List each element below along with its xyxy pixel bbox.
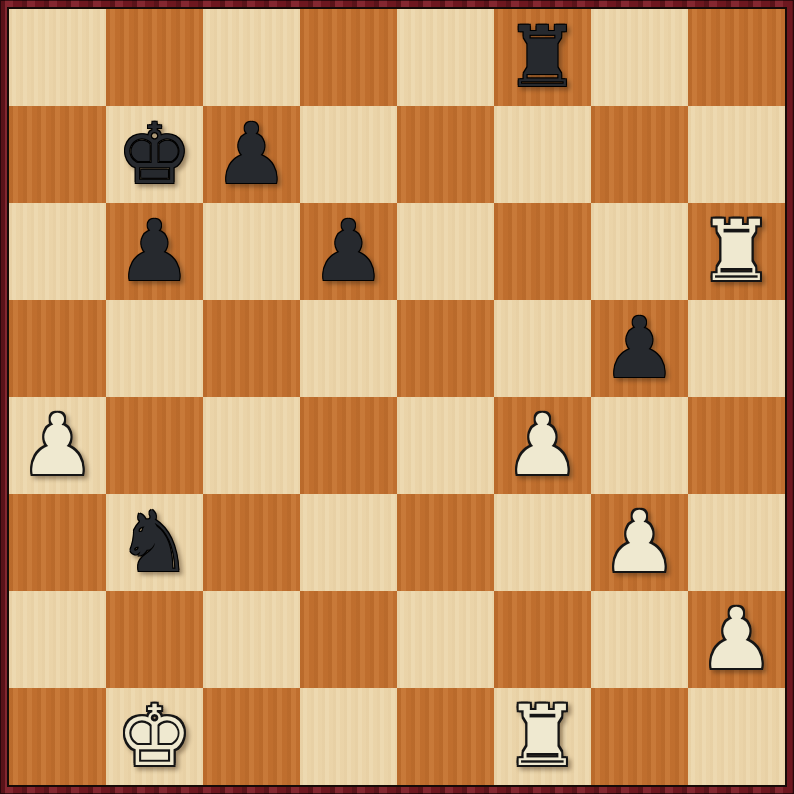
square-d3[interactable] — [300, 494, 397, 591]
square-h7[interactable] — [688, 106, 785, 203]
square-e7[interactable] — [397, 106, 494, 203]
square-c5[interactable] — [203, 300, 300, 397]
black-pawn[interactable]: ♟ — [602, 300, 677, 397]
square-e1[interactable] — [397, 688, 494, 785]
white-rook[interactable]: ♜ — [699, 203, 774, 300]
square-h4[interactable] — [688, 397, 785, 494]
square-f7[interactable] — [494, 106, 591, 203]
square-h3[interactable] — [688, 494, 785, 591]
square-c3[interactable] — [203, 494, 300, 591]
black-rook[interactable]: ♜ — [505, 9, 580, 106]
square-c7[interactable]: ♟ — [203, 106, 300, 203]
square-e8[interactable] — [397, 9, 494, 106]
square-b5[interactable] — [106, 300, 203, 397]
square-d6[interactable]: ♟ — [300, 203, 397, 300]
square-g4[interactable] — [591, 397, 688, 494]
square-b2[interactable] — [106, 591, 203, 688]
square-d2[interactable] — [300, 591, 397, 688]
white-rook[interactable]: ♜ — [505, 688, 580, 785]
square-c8[interactable] — [203, 9, 300, 106]
black-pawn[interactable]: ♟ — [311, 203, 386, 300]
black-knight[interactable]: ♞ — [117, 494, 192, 591]
square-g2[interactable] — [591, 591, 688, 688]
square-a1[interactable] — [9, 688, 106, 785]
square-e2[interactable] — [397, 591, 494, 688]
square-e3[interactable] — [397, 494, 494, 591]
square-b1[interactable]: ♚ — [106, 688, 203, 785]
square-g1[interactable] — [591, 688, 688, 785]
square-e6[interactable] — [397, 203, 494, 300]
square-a6[interactable] — [9, 203, 106, 300]
square-d5[interactable] — [300, 300, 397, 397]
black-king[interactable]: ♚ — [117, 106, 192, 203]
square-f4[interactable]: ♟ — [494, 397, 591, 494]
square-g7[interactable] — [591, 106, 688, 203]
square-c6[interactable] — [203, 203, 300, 300]
square-b3[interactable]: ♞ — [106, 494, 203, 591]
square-a2[interactable] — [9, 591, 106, 688]
square-g6[interactable] — [591, 203, 688, 300]
black-pawn[interactable]: ♟ — [117, 203, 192, 300]
square-a7[interactable] — [9, 106, 106, 203]
black-pawn[interactable]: ♟ — [214, 106, 289, 203]
white-king[interactable]: ♚ — [117, 688, 192, 785]
square-h8[interactable] — [688, 9, 785, 106]
square-c4[interactable] — [203, 397, 300, 494]
chess-board-frame: ♜♚♟♟♟♜♟♟♟♞♟♟♚♜ — [0, 0, 794, 794]
square-g3[interactable]: ♟ — [591, 494, 688, 591]
square-h5[interactable] — [688, 300, 785, 397]
square-f3[interactable] — [494, 494, 591, 591]
square-b4[interactable] — [106, 397, 203, 494]
square-f2[interactable] — [494, 591, 591, 688]
square-e5[interactable] — [397, 300, 494, 397]
square-d7[interactable] — [300, 106, 397, 203]
square-e4[interactable] — [397, 397, 494, 494]
square-f6[interactable] — [494, 203, 591, 300]
square-d8[interactable] — [300, 9, 397, 106]
square-b7[interactable]: ♚ — [106, 106, 203, 203]
square-f5[interactable] — [494, 300, 591, 397]
square-d1[interactable] — [300, 688, 397, 785]
square-b8[interactable] — [106, 9, 203, 106]
square-c2[interactable] — [203, 591, 300, 688]
white-pawn[interactable]: ♟ — [699, 591, 774, 688]
square-a4[interactable]: ♟ — [9, 397, 106, 494]
square-h1[interactable] — [688, 688, 785, 785]
square-f1[interactable]: ♜ — [494, 688, 591, 785]
square-g8[interactable] — [591, 9, 688, 106]
square-f8[interactable]: ♜ — [494, 9, 591, 106]
square-b6[interactable]: ♟ — [106, 203, 203, 300]
square-g5[interactable]: ♟ — [591, 300, 688, 397]
white-pawn[interactable]: ♟ — [20, 397, 95, 494]
square-h6[interactable]: ♜ — [688, 203, 785, 300]
chess-board: ♜♚♟♟♟♜♟♟♟♞♟♟♚♜ — [7, 7, 787, 787]
white-pawn[interactable]: ♟ — [602, 494, 677, 591]
square-a3[interactable] — [9, 494, 106, 591]
white-pawn[interactable]: ♟ — [505, 397, 580, 494]
square-d4[interactable] — [300, 397, 397, 494]
square-a5[interactable] — [9, 300, 106, 397]
square-h2[interactable]: ♟ — [688, 591, 785, 688]
square-c1[interactable] — [203, 688, 300, 785]
square-a8[interactable] — [9, 9, 106, 106]
